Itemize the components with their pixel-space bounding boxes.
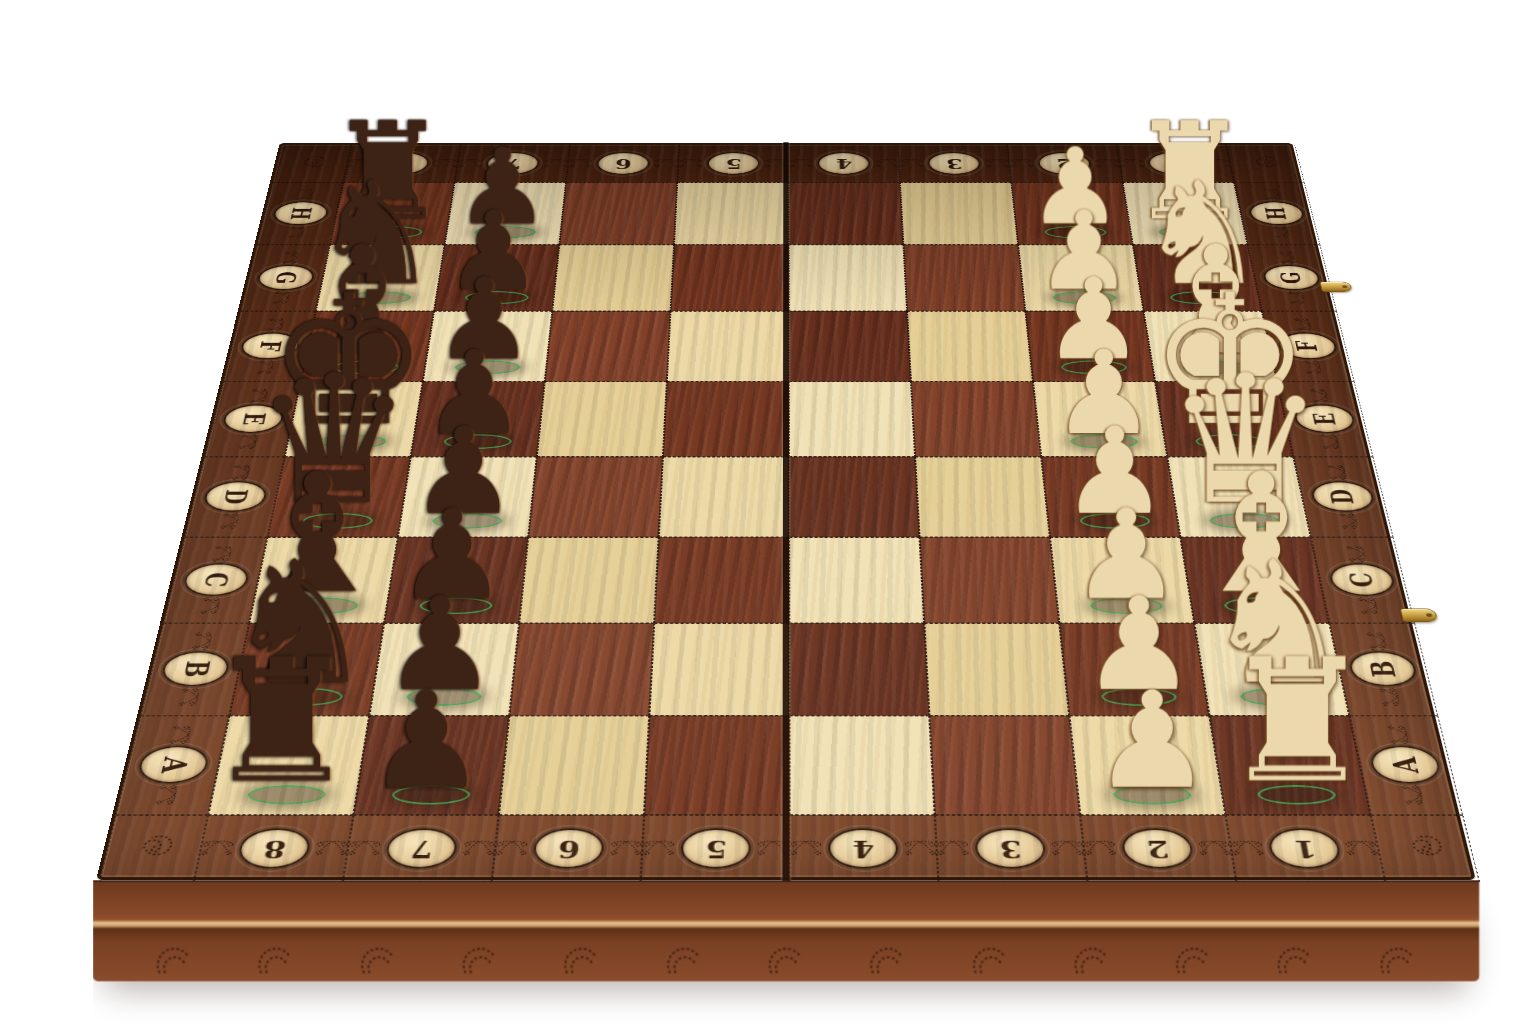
curlx-ornament-icon [270, 291, 292, 305]
felt-pad [454, 360, 521, 374]
arcdec-ornament-icon [970, 946, 1010, 976]
file-letter-label: H [287, 207, 314, 220]
curlx-ornament-icon [1229, 839, 1265, 857]
scene: 87654321H♜♟♟♜HG♞♟♟♞GF♝♟♟♝FE♚♟♟♚ED♛♟♟♛DC♝… [0, 0, 1536, 1024]
piece-black-rook[interactable]: ♜ [295, 102, 480, 242]
rank-number-label: 7 [504, 157, 522, 170]
rank-number-label: 2 [1145, 837, 1170, 860]
coordinate-medallion: G [255, 265, 316, 290]
coordinate-number-cell: 2 [1080, 815, 1236, 882]
curlx-ornament-icon [1276, 251, 1297, 264]
square-f6[interactable] [545, 311, 671, 382]
curlx-ornament-icon [1083, 839, 1118, 857]
curlx-ornament-icon [904, 839, 938, 857]
coordinate-medallion: 7 [485, 152, 541, 175]
square-h8[interactable]: ♜ [330, 182, 455, 244]
spiral-ornament-icon [1404, 836, 1445, 861]
rank-number-label: 5 [725, 157, 742, 170]
square-g3[interactable] [903, 245, 1025, 311]
arcdec-ornament-icon [460, 946, 500, 976]
spiral-ornament-icon [297, 156, 327, 170]
felt-pad [1052, 291, 1117, 304]
piece-black-pawn[interactable]: ♟ [398, 195, 589, 308]
curlx-ornament-icon [1009, 158, 1035, 168]
coordinate-medallion: 1 [1146, 152, 1203, 175]
corner-ornament [1226, 145, 1305, 183]
coordinate-letter-cell: G [1248, 245, 1337, 311]
file-letter-label: G [272, 271, 300, 283]
square-f5[interactable] [667, 311, 789, 382]
coordinate-medallion: 3 [974, 828, 1047, 868]
coordinate-number-cell: 1 [1117, 145, 1234, 183]
coordinate-medallion: 7 [384, 828, 459, 868]
coordinate-number-cell: 7 [343, 815, 499, 882]
arcdec-ornament-icon [256, 946, 296, 976]
curlx-ornament-icon [1204, 158, 1231, 168]
piece-black-knight[interactable]: ♞ [280, 160, 471, 308]
square-d4[interactable] [789, 457, 920, 537]
square-h2[interactable]: ♟ [1011, 182, 1132, 244]
corner-ornament [273, 145, 352, 183]
square-a8[interactable]: ♜ [208, 716, 369, 815]
square-f2[interactable]: ♟ [1025, 311, 1155, 382]
coordinate-medallion: 2 [1120, 828, 1196, 868]
felt-pad [1060, 360, 1127, 374]
coordinate-medallion: 2 [1037, 152, 1093, 175]
rank-number-label: 6 [614, 157, 631, 170]
coordinate-medallion: 1 [1266, 828, 1344, 868]
coordinate-number-cell: 1 [1226, 815, 1386, 882]
square-g2[interactable]: ♟ [1018, 245, 1143, 311]
square-a4[interactable] [789, 716, 934, 815]
rank-number-label: 3 [998, 837, 1022, 860]
coordinate-medallion: 5 [680, 828, 751, 868]
curlx-ornament-icon [346, 158, 373, 168]
coordinate-medallion: 3 [927, 152, 981, 175]
coordinate-number-cell: 5 [677, 145, 788, 183]
curlx-ornament-icon [567, 158, 593, 168]
square-c5[interactable] [654, 537, 789, 623]
rank-number-label: 1 [1291, 837, 1317, 860]
square-g1[interactable]: ♞ [1133, 245, 1262, 311]
piece-white-knight[interactable]: ♞ [1107, 160, 1298, 308]
curlx-ornament-icon [264, 318, 286, 332]
square-a5[interactable] [644, 716, 789, 815]
curlx-ornament-icon [1262, 188, 1283, 201]
arcdec-ornament-icon [1072, 946, 1112, 976]
coordinate-number-cell: 5 [641, 815, 790, 882]
coordinate-number-cell: 6 [566, 145, 679, 183]
curlx-ornament-icon [874, 158, 899, 168]
rank-number-label: 4 [835, 157, 852, 170]
square-f3[interactable] [907, 311, 1033, 382]
curlx-ornament-icon [764, 158, 789, 168]
file-letter-label: H [1263, 207, 1290, 220]
square-c4[interactable] [789, 537, 924, 623]
coordinate-number-cell: 3 [898, 145, 1011, 183]
coordinate-number-cell: 3 [935, 815, 1088, 882]
square-g7[interactable]: ♟ [434, 245, 559, 311]
square-h6[interactable] [559, 182, 677, 244]
piece-white-rook[interactable]: ♜ [1180, 634, 1415, 811]
corner-ornament [1371, 815, 1480, 882]
square-d5[interactable] [659, 457, 789, 537]
coordinate-medallion: G [1261, 265, 1322, 290]
coordinate-number-cell: 7 [455, 145, 570, 183]
curlx-ornament-icon [984, 158, 1010, 168]
curlx-ornament-icon [1292, 318, 1314, 332]
felt-pad [1158, 226, 1222, 238]
coordinate-number-cell: 4 [789, 145, 900, 183]
rank-number-label: 6 [557, 837, 581, 860]
curlx-ornament-icon [494, 839, 529, 857]
curlx-ornament-icon [653, 158, 678, 168]
felt-pad [359, 226, 423, 238]
rank-number-label: 5 [705, 837, 728, 860]
square-g6[interactable] [552, 245, 674, 311]
arcdec-ornament-icon [562, 946, 602, 976]
curlx-ornament-icon [314, 839, 350, 857]
rank-number-label: 3 [945, 157, 963, 170]
curlx-ornament-icon [1094, 158, 1120, 168]
piece-white-pawn[interactable]: ♟ [982, 133, 1167, 243]
felt-pad [346, 291, 412, 304]
curlx-ornament-icon [899, 158, 924, 168]
curlx-ornament-icon [789, 839, 822, 857]
curlx-ornament-icon [678, 158, 703, 168]
chess-board: 87654321H♜♟♟♜HG♞♟♟♞GF♝♟♟♝FE♚♟♟♚ED♛♟♟♛DC♝… [96, 143, 1476, 879]
square-h7[interactable]: ♟ [445, 182, 566, 244]
square-g5[interactable] [671, 245, 789, 311]
coordinate-letter-cell: G [241, 245, 330, 311]
curlx-ornament-icon [347, 839, 383, 857]
piece-white-pawn[interactable]: ♟ [988, 195, 1179, 308]
corner-ornament [99, 815, 208, 882]
coordinate-number-cell: 8 [194, 815, 354, 882]
coordinate-medallion: 4 [817, 152, 870, 175]
piece-black-pawn[interactable]: ♟ [410, 133, 595, 243]
curlx-ornament-icon [1119, 158, 1145, 168]
photo-canvas: 87654321H♜♟♟♜HG♞♟♟♞GF♝♟♟♝FE♚♟♟♚ED♛♟♟♛DC♝… [0, 0, 1536, 1024]
coordinate-medallion: 5 [707, 152, 760, 175]
rank-number-label: 1 [1165, 157, 1184, 170]
arcdec-ornament-icon [358, 946, 398, 976]
curlx-ornament-icon [457, 158, 483, 168]
felt-pad [1169, 291, 1235, 304]
square-b4[interactable] [789, 623, 929, 715]
square-h1[interactable]: ♜ [1123, 182, 1248, 244]
curlx-ornament-icon [936, 839, 970, 857]
felt-pad [464, 291, 529, 304]
felt-pad [1044, 226, 1107, 238]
curlx-ornament-icon [1285, 291, 1307, 305]
curlx-ornament-icon [1197, 839, 1233, 857]
curlx-ornament-icon [280, 251, 301, 264]
square-h3[interactable] [900, 182, 1018, 244]
arcdec-ornament-icon [766, 946, 806, 976]
curlx-ornament-icon [432, 158, 458, 168]
piece-white-rook[interactable]: ♜ [1097, 102, 1282, 242]
rank-number-label: 2 [1055, 157, 1073, 170]
brass-clasp-icon [1319, 282, 1352, 292]
rank-number-label: 7 [409, 837, 434, 860]
square-f4[interactable] [789, 311, 911, 382]
coordinate-medallion: 8 [235, 828, 313, 868]
coordinate-medallion: H [1247, 201, 1306, 225]
square-g8[interactable]: ♞ [316, 245, 445, 311]
curlx-ornament-icon [461, 839, 496, 857]
curlx-ornament-icon [199, 839, 236, 857]
rank-number-label: 4 [852, 837, 875, 860]
box-side [93, 880, 1480, 982]
rank-number-label: 8 [261, 837, 287, 860]
square-f7[interactable]: ♟ [423, 311, 553, 382]
file-letter-label: G [1278, 271, 1306, 283]
felt-pad [474, 226, 537, 238]
curlx-ornament-icon [642, 839, 676, 857]
coordinate-number-cell: 6 [492, 815, 644, 882]
piece-black-rook[interactable]: ♜ [164, 634, 399, 811]
spiral-ornament-icon [1250, 156, 1280, 170]
curlx-ornament-icon [1270, 226, 1291, 239]
coordinate-letter-cell: H [1234, 182, 1320, 244]
coordinate-number-cell: 2 [1007, 145, 1122, 183]
arcdec-ornament-icon [1377, 946, 1417, 976]
coordinate-letter-cell: H [257, 182, 343, 244]
square-g4[interactable] [789, 245, 907, 311]
curlx-ornament-icon [1050, 839, 1085, 857]
arcdec-ornament-icon [868, 946, 908, 976]
curlx-ornament-icon [609, 839, 643, 857]
curlx-ornament-icon [286, 226, 307, 239]
square-e5[interactable] [663, 382, 789, 457]
coordinate-medallion: 8 [374, 152, 431, 175]
square-e4[interactable] [789, 382, 915, 457]
coordinate-medallion: 6 [596, 152, 650, 175]
curlx-ornament-icon [789, 158, 814, 168]
square-b5[interactable] [649, 623, 789, 715]
arcdec-ornament-icon [1174, 946, 1214, 976]
coordinate-medallion: 6 [532, 828, 605, 868]
coordinate-medallion: H [271, 201, 330, 225]
curlx-ornament-icon [295, 188, 316, 201]
coordinate-number-cell: 8 [343, 145, 460, 183]
curlx-ornament-icon [1343, 839, 1380, 857]
square-a1[interactable]: ♜ [1209, 716, 1371, 815]
coordinate-number-cell: 4 [789, 815, 938, 882]
square-h5[interactable] [674, 182, 789, 244]
coordinate-medallion: 4 [828, 828, 899, 868]
spiral-ornament-icon [134, 836, 175, 861]
square-h4[interactable] [789, 182, 904, 244]
curlx-ornament-icon [543, 158, 569, 168]
arcdec-ornament-icon [664, 946, 704, 976]
arcdec-ornament-icon [1275, 946, 1315, 976]
arcdec-ornament-icon [154, 946, 194, 976]
rank-number-label: 8 [393, 157, 412, 170]
